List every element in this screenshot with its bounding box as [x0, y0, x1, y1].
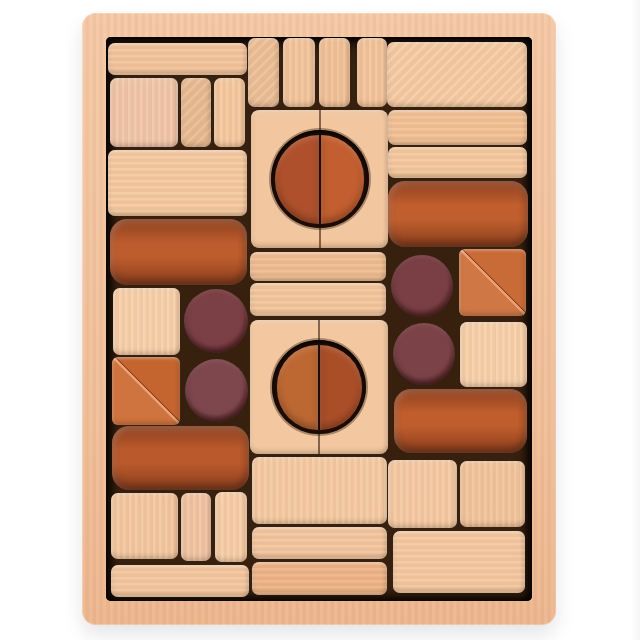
circle-hole [272, 340, 366, 434]
maroon-disc [185, 359, 248, 422]
circle-frame-block [250, 320, 388, 454]
square-block [388, 460, 457, 528]
square-block [460, 461, 525, 527]
slab-block [252, 457, 387, 524]
blocks-layer [0, 0, 640, 640]
bar-block [252, 527, 387, 559]
terracotta-cylinder [112, 426, 249, 490]
terracotta-cylinder [110, 219, 247, 285]
small-pillar-block [248, 38, 279, 107]
half-circle-disc-left [277, 345, 319, 430]
small-pillar-block [357, 38, 387, 107]
terracotta-cylinder [388, 181, 528, 247]
triangle-pair-block [112, 357, 180, 425]
small-pillar-block [319, 38, 350, 107]
square-block [460, 322, 527, 387]
bar-block [250, 283, 386, 316]
terracotta-cylinder [394, 389, 527, 453]
circle-frame-block [251, 110, 388, 248]
maroon-disc [391, 255, 453, 317]
small-pillar-block [181, 78, 211, 147]
bar-block [250, 252, 386, 281]
bar-block [108, 43, 247, 75]
half-circle-disc-left [275, 135, 319, 224]
square-block [113, 288, 180, 355]
triangle-pair-block [459, 249, 526, 316]
half-circle-disc-right [321, 135, 365, 224]
maroon-disc [393, 323, 455, 385]
small-pillar-block [214, 78, 245, 147]
orange-bar-block [252, 562, 387, 595]
half-circle-disc-right [320, 345, 362, 430]
slab-block [393, 531, 525, 593]
square-block [110, 78, 178, 147]
product-photo [0, 0, 640, 640]
bar-block [388, 110, 527, 145]
slab-block [108, 150, 247, 216]
slab-block [387, 42, 527, 107]
circle-hole [271, 130, 369, 228]
square-block [111, 493, 178, 559]
bar-block [111, 565, 249, 597]
small-pillar-block [181, 493, 211, 561]
bar-block [388, 147, 527, 178]
small-pillar-block [283, 38, 315, 107]
maroon-disc [184, 289, 248, 353]
small-pillar-block [215, 492, 247, 562]
